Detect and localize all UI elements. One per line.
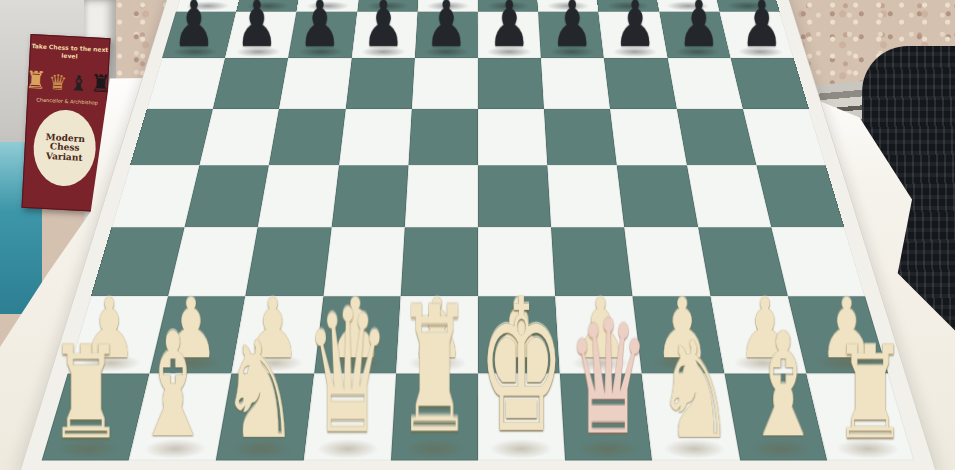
board-perspective-stage: ♜♝♞♜♛♚♛♞♝♜♟♟♟♟♟♟♟♟♟♟♟♟♟♟♟♟♟♟♟♟♜♝♞♛♜♚♛♞♝♜ (18, 6, 938, 470)
white-rook-piece[interactable]: ♜ (832, 329, 906, 458)
square-c5[interactable] (269, 109, 345, 165)
square-a7[interactable]: ♟ (162, 12, 236, 58)
square-c6[interactable] (279, 58, 351, 109)
square-h4[interactable] (617, 165, 698, 227)
square-b6[interactable] (213, 58, 288, 109)
black-pawn-piece[interactable]: ♟ (362, 0, 404, 57)
square-i1[interactable]: ♝ (724, 373, 827, 460)
black-pawn-piece[interactable]: ♟ (236, 0, 278, 57)
white-bishop-piece[interactable]: ♝ (743, 314, 821, 457)
square-h1[interactable]: ♞ (642, 373, 740, 460)
square-a6[interactable] (146, 58, 224, 109)
square-d4[interactable] (331, 165, 408, 227)
black-pawn-piece[interactable]: ♟ (425, 0, 467, 57)
square-b1[interactable]: ♝ (128, 373, 231, 460)
black-pawn-piece[interactable]: ♟ (677, 0, 719, 57)
chess-board: ♜♝♞♜♛♚♛♞♝♜♟♟♟♟♟♟♟♟♟♟♟♟♟♟♟♟♟♟♟♟♜♝♞♛♜♚♛♞♝♜ (18, 0, 938, 470)
black-pawn-piece[interactable]: ♟ (740, 0, 782, 57)
square-i7[interactable]: ♟ (659, 12, 731, 58)
square-e4[interactable] (404, 165, 477, 227)
white-queen-piece[interactable]: ♛ (304, 287, 389, 458)
square-h5[interactable] (610, 109, 686, 165)
square-j7[interactable]: ♟ (719, 12, 793, 58)
photo-scene: Take Chess to the next level ♜ ♛ ♝ ♜ Cha… (0, 0, 955, 470)
square-f4[interactable] (477, 165, 550, 227)
square-h7[interactable]: ♟ (598, 12, 667, 58)
black-pawn-piece[interactable]: ♟ (488, 0, 530, 57)
black-pawn-piece[interactable]: ♟ (172, 0, 214, 57)
white-king-piece[interactable]: ♚ (478, 274, 565, 458)
square-b5[interactable] (199, 109, 279, 165)
square-j6[interactable] (730, 58, 808, 109)
square-g1[interactable]: ♛ (560, 373, 652, 460)
square-f5[interactable] (477, 109, 547, 165)
square-j5[interactable] (742, 109, 825, 165)
black-pawn-piece[interactable]: ♟ (299, 0, 341, 57)
square-d1[interactable]: ♛ (303, 373, 395, 460)
white-archbishop-piece[interactable]: ♛ (567, 300, 650, 458)
square-i6[interactable] (667, 58, 742, 109)
square-f6[interactable] (477, 58, 543, 109)
square-e6[interactable] (411, 58, 477, 109)
square-e7[interactable]: ♟ (414, 12, 477, 58)
white-knight-piece[interactable]: ♞ (656, 323, 734, 458)
square-g5[interactable] (544, 109, 617, 165)
square-f7[interactable]: ♟ (477, 12, 540, 58)
square-g7[interactable]: ♟ (538, 12, 604, 58)
square-b7[interactable]: ♟ (225, 12, 297, 58)
square-c7[interactable]: ♟ (288, 12, 357, 58)
square-d6[interactable] (345, 58, 414, 109)
white-rook-piece[interactable]: ♜ (48, 329, 122, 458)
square-a5[interactable] (130, 109, 213, 165)
square-d7[interactable]: ♟ (351, 12, 417, 58)
black-pawn-piece[interactable]: ♟ (614, 0, 656, 57)
square-d5[interactable] (338, 109, 411, 165)
white-chancellor-piece[interactable]: ♜ (397, 284, 471, 458)
square-f1[interactable]: ♚ (477, 373, 564, 460)
black-pawn-piece[interactable]: ♟ (551, 0, 593, 57)
white-bishop-piece[interactable]: ♝ (134, 314, 212, 457)
square-j4[interactable] (756, 165, 844, 227)
square-c4[interactable] (258, 165, 339, 227)
square-c1[interactable]: ♞ (216, 373, 314, 460)
square-b4[interactable] (184, 165, 268, 227)
square-g4[interactable] (547, 165, 624, 227)
square-e5[interactable] (408, 109, 478, 165)
square-a4[interactable] (111, 165, 199, 227)
square-g6[interactable] (541, 58, 610, 109)
square-e1[interactable]: ♜ (390, 373, 477, 460)
white-knight-piece[interactable]: ♞ (221, 323, 299, 458)
square-h6[interactable] (604, 58, 676, 109)
